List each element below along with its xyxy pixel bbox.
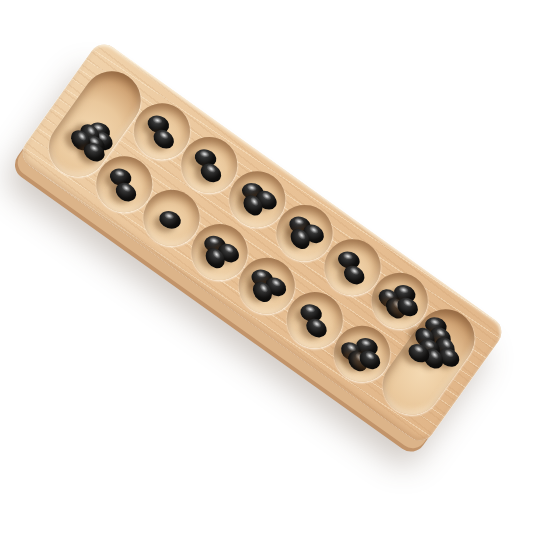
photo-background [0, 0, 540, 540]
mancala-board [16, 38, 507, 446]
